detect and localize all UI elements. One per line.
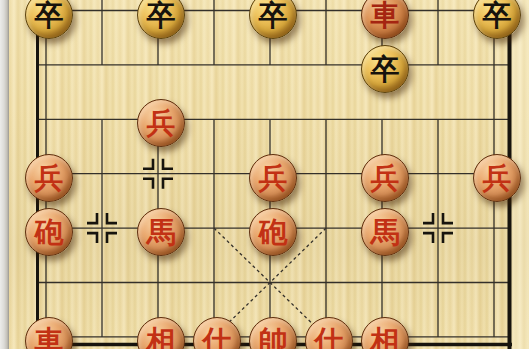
panel-edge-strip (0, 0, 9, 349)
piece-red-advisor-right[interactable]: 仕 (305, 317, 353, 349)
piece-black-pawn-file7[interactable]: 卒 (361, 45, 409, 93)
piece-red-advisor-left[interactable]: 仕 (193, 317, 241, 349)
piece-red-soldier-file3[interactable]: 兵 (137, 99, 185, 147)
piece-red-soldier-file7[interactable]: 兵 (361, 154, 409, 202)
piece-red-elephant-right[interactable]: 相 (361, 317, 409, 349)
piece-red-soldier-file5[interactable]: 兵 (249, 154, 297, 202)
piece-black-pawn-file3[interactable]: 卒 (137, 0, 185, 39)
xiangqi-board[interactable]: 卒卒卒車卒卒兵兵兵兵兵砲馬砲馬車相仕帥仕相 (0, 0, 529, 349)
piece-black-pawn-file9[interactable]: 卒 (473, 0, 521, 39)
piece-black-pawn-file5[interactable]: 卒 (249, 0, 297, 39)
piece-red-chariot-home[interactable]: 車 (25, 317, 73, 349)
piece-red-horse-right[interactable]: 馬 (361, 208, 409, 256)
piece-red-cannon-center[interactable]: 砲 (249, 208, 297, 256)
xiangqi-app-window: 卒卒卒車卒卒兵兵兵兵兵砲馬砲馬車相仕帥仕相 (0, 0, 529, 349)
piece-red-soldier-file9[interactable]: 兵 (473, 154, 521, 202)
piece-red-chariot-advanced[interactable]: 車 (361, 0, 409, 39)
piece-red-general[interactable]: 帥 (249, 317, 297, 349)
pieces-layer: 卒卒卒車卒卒兵兵兵兵兵砲馬砲馬車相仕帥仕相 (0, 0, 529, 349)
piece-black-pawn-file1[interactable]: 卒 (25, 0, 73, 39)
piece-red-soldier-file1[interactable]: 兵 (25, 154, 73, 202)
piece-red-horse-left[interactable]: 馬 (137, 208, 185, 256)
piece-red-elephant-left[interactable]: 相 (137, 317, 185, 349)
piece-red-cannon-left[interactable]: 砲 (25, 208, 73, 256)
